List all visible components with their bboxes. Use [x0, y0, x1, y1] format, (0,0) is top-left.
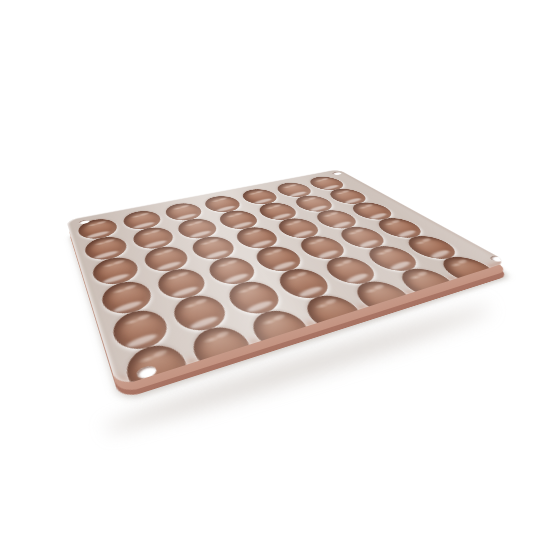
cavity-grid: [72, 174, 498, 387]
product-photo-scene: [0, 0, 540, 540]
corner-hole-near-right: [488, 255, 506, 263]
mold-top-surface: [66, 169, 508, 387]
